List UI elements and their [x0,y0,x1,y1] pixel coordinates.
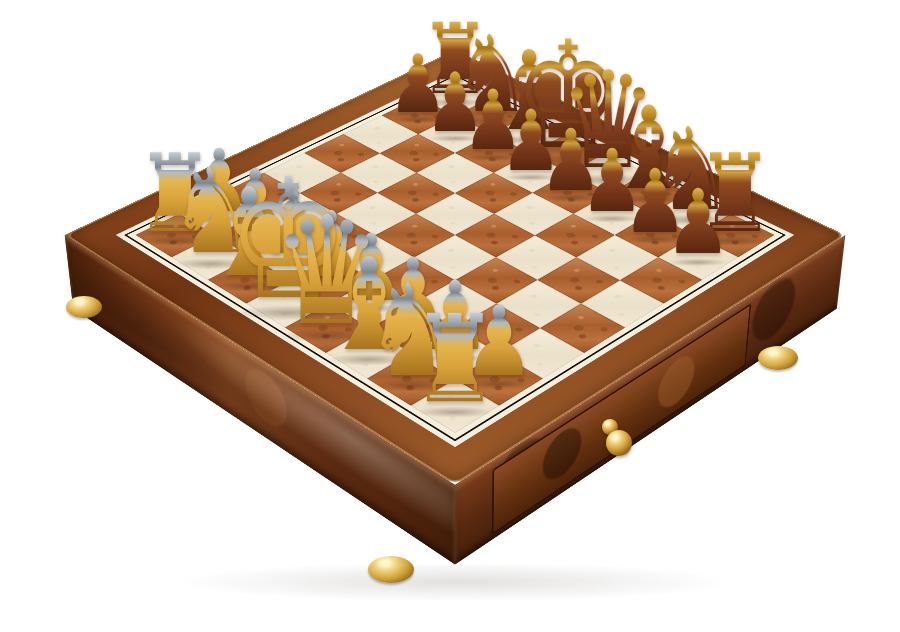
piece-white-rook-h1[interactable]: ♜ [401,299,509,420]
product-photo: ♜♞♟♝♟♚♟♛♟♝♟♞♟♟♜♟♟♜♟♟♞♟♝♟♚♟♛♟♝♟♞♜ [0,0,900,632]
piece-black-pawn-h7[interactable]: ♟ [658,178,738,267]
white-rook-glyph: ♜ [411,299,500,420]
pieces-layer: ♜♞♟♝♟♚♟♛♟♝♟♞♟♟♜♟♟♜♟♟♞♟♝♟♚♟♛♟♝♟♞♜ [0,0,900,632]
black-pawn-glyph: ♟ [666,178,732,267]
